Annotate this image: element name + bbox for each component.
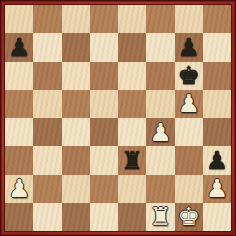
square-c5[interactable] [62, 90, 90, 118]
square-f2[interactable] [146, 175, 174, 203]
square-g3[interactable] [175, 146, 203, 174]
square-c4[interactable] [62, 118, 90, 146]
square-d2[interactable] [90, 175, 118, 203]
square-d1[interactable] [90, 203, 118, 231]
square-e5[interactable] [118, 90, 146, 118]
square-g2[interactable] [175, 175, 203, 203]
square-b2[interactable] [33, 175, 61, 203]
piece-white-king-g1: ♚ [177, 204, 199, 229]
square-b1[interactable] [33, 203, 61, 231]
square-c1[interactable] [62, 203, 90, 231]
square-h4[interactable] [203, 118, 231, 146]
piece-black-pawn-h3: ♟ [206, 148, 228, 173]
square-f5[interactable] [146, 90, 174, 118]
square-f8[interactable] [146, 5, 174, 33]
square-b3[interactable] [33, 146, 61, 174]
square-b4[interactable] [33, 118, 61, 146]
square-g4[interactable] [175, 118, 203, 146]
square-c8[interactable] [62, 5, 90, 33]
square-c2[interactable] [62, 175, 90, 203]
chess-board: ♟♟♚♟♟♜♟♟♟♜♚ [5, 5, 231, 231]
square-d6[interactable] [90, 62, 118, 90]
square-g8[interactable] [175, 5, 203, 33]
square-a1[interactable] [5, 203, 33, 231]
square-h1[interactable] [203, 203, 231, 231]
square-f6[interactable] [146, 62, 174, 90]
square-d8[interactable] [90, 5, 118, 33]
square-e1[interactable] [118, 203, 146, 231]
square-a7[interactable]: ♟ [5, 33, 33, 61]
piece-white-pawn-g5: ♟ [177, 91, 199, 116]
piece-black-king-g6: ♚ [177, 63, 199, 88]
square-h7[interactable] [203, 33, 231, 61]
square-e8[interactable] [118, 5, 146, 33]
square-e6[interactable] [118, 62, 146, 90]
square-e7[interactable] [118, 33, 146, 61]
square-a5[interactable] [5, 90, 33, 118]
square-b7[interactable] [33, 33, 61, 61]
square-f7[interactable] [146, 33, 174, 61]
square-c7[interactable] [62, 33, 90, 61]
piece-black-rook-e3: ♜ [121, 148, 143, 173]
square-d7[interactable] [90, 33, 118, 61]
square-g1[interactable]: ♚ [175, 203, 203, 231]
piece-white-pawn-h2: ♟ [206, 176, 228, 201]
piece-white-rook-f1: ♜ [149, 204, 171, 229]
square-f4[interactable]: ♟ [146, 118, 174, 146]
square-b6[interactable] [33, 62, 61, 90]
square-a3[interactable] [5, 146, 33, 174]
square-h5[interactable] [203, 90, 231, 118]
square-h8[interactable] [203, 5, 231, 33]
square-g6[interactable]: ♚ [175, 62, 203, 90]
square-h3[interactable]: ♟ [203, 146, 231, 174]
board-frame: ♟♟♚♟♟♜♟♟♟♜♚ [0, 0, 236, 236]
square-a6[interactable] [5, 62, 33, 90]
square-e3[interactable]: ♜ [118, 146, 146, 174]
piece-black-pawn-a7: ♟ [8, 35, 30, 60]
square-d5[interactable] [90, 90, 118, 118]
square-g5[interactable]: ♟ [175, 90, 203, 118]
square-g7[interactable]: ♟ [175, 33, 203, 61]
square-a8[interactable] [5, 5, 33, 33]
square-c6[interactable] [62, 62, 90, 90]
square-b5[interactable] [33, 90, 61, 118]
piece-black-pawn-g7: ♟ [177, 35, 199, 60]
piece-white-pawn-f4: ♟ [149, 120, 171, 145]
square-e2[interactable] [118, 175, 146, 203]
square-d3[interactable] [90, 146, 118, 174]
square-d4[interactable] [90, 118, 118, 146]
square-a4[interactable] [5, 118, 33, 146]
square-a2[interactable]: ♟ [5, 175, 33, 203]
square-f3[interactable] [146, 146, 174, 174]
square-f1[interactable]: ♜ [146, 203, 174, 231]
square-b8[interactable] [33, 5, 61, 33]
square-e4[interactable] [118, 118, 146, 146]
piece-white-pawn-a2: ♟ [8, 176, 30, 201]
square-h2[interactable]: ♟ [203, 175, 231, 203]
square-c3[interactable] [62, 146, 90, 174]
square-h6[interactable] [203, 62, 231, 90]
